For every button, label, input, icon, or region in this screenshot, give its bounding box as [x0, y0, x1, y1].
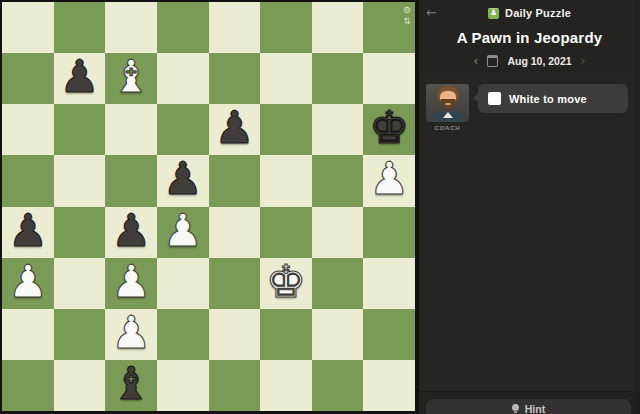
settings-gear-icon[interactable]: ⚙: [403, 5, 411, 15]
square-e7[interactable]: [209, 53, 261, 104]
square-h4[interactable]: [363, 207, 415, 258]
square-e1[interactable]: [209, 360, 261, 411]
black-pawn-a4[interactable]: ♟: [8, 208, 48, 253]
square-b6[interactable]: [54, 104, 106, 155]
square-a8[interactable]: [2, 2, 54, 53]
square-e6[interactable]: ♟: [209, 104, 261, 155]
hint-button[interactable]: Hint: [426, 399, 631, 414]
square-b8[interactable]: [54, 2, 106, 53]
square-h1[interactable]: [363, 360, 415, 411]
square-h6[interactable]: ♚: [363, 104, 415, 155]
square-d2[interactable]: [157, 309, 209, 360]
square-c4[interactable]: ♟: [105, 207, 157, 258]
coach-row: COACH White to move: [419, 72, 640, 131]
square-d4[interactable]: ♟: [157, 207, 209, 258]
avatar-mouth: [445, 103, 451, 105]
square-g5[interactable]: [312, 155, 364, 206]
square-a6[interactable]: [2, 104, 54, 155]
square-h5[interactable]: ♟: [363, 155, 415, 206]
square-e4[interactable]: [209, 207, 261, 258]
coach-avatar: [426, 84, 469, 122]
square-g1[interactable]: [312, 360, 364, 411]
avatar-collar: [443, 112, 453, 118]
chess-board[interactable]: ♟♝♟♚♟♟♟♟♟♟♟♚♟♝: [2, 2, 415, 411]
square-g8[interactable]: [312, 2, 364, 53]
square-g2[interactable]: [312, 309, 364, 360]
white-bishop-c7[interactable]: ♝: [111, 54, 151, 99]
square-b2[interactable]: [54, 309, 106, 360]
square-h3[interactable]: [363, 258, 415, 309]
square-b4[interactable]: [54, 207, 106, 258]
black-pawn-d5[interactable]: ♟: [163, 156, 203, 201]
coach-label: COACH: [426, 125, 469, 131]
flip-board-icon[interactable]: ⇅: [403, 16, 411, 26]
square-a4[interactable]: ♟: [2, 207, 54, 258]
chess-board-area: ♟♝♟♚♟♟♟♟♟♟♟♚♟♝ ⚙ ⇅: [2, 2, 415, 411]
puzzle-name: A Pawn in Jeopardy: [419, 29, 640, 46]
square-c7[interactable]: ♝: [105, 53, 157, 104]
square-d7[interactable]: [157, 53, 209, 104]
turn-text: White to move: [509, 93, 587, 105]
square-b5[interactable]: [54, 155, 106, 206]
white-pawn-d4[interactable]: ♟: [163, 208, 203, 253]
black-king-h6[interactable]: ♚: [369, 105, 409, 150]
square-g7[interactable]: [312, 53, 364, 104]
square-f6[interactable]: [260, 104, 312, 155]
square-e8[interactable]: [209, 2, 261, 53]
square-f5[interactable]: [260, 155, 312, 206]
square-a2[interactable]: [2, 309, 54, 360]
square-b1[interactable]: [54, 360, 106, 411]
square-f4[interactable]: [260, 207, 312, 258]
sidebar-header: ← ♟ Daily Puzzle A Pawn in Jeopardy ‹ Au…: [419, 0, 640, 72]
square-f7[interactable]: [260, 53, 312, 104]
square-f2[interactable]: [260, 309, 312, 360]
square-a3[interactable]: ♟: [2, 258, 54, 309]
black-pawn-b7[interactable]: ♟: [59, 54, 99, 99]
next-puzzle-chevron[interactable]: ›: [581, 54, 586, 67]
square-g6[interactable]: [312, 104, 364, 155]
date-navigation: ‹ Aug 10, 2021 ›: [419, 54, 640, 67]
square-d1[interactable]: [157, 360, 209, 411]
square-g3[interactable]: [312, 258, 364, 309]
square-c8[interactable]: [105, 2, 157, 53]
square-e2[interactable]: [209, 309, 261, 360]
puzzle-date[interactable]: Aug 10, 2021: [507, 55, 571, 67]
daily-puzzle-icon: ♟: [488, 8, 499, 19]
square-d3[interactable]: [157, 258, 209, 309]
square-a1[interactable]: [2, 360, 54, 411]
square-f1[interactable]: [260, 360, 312, 411]
square-c6[interactable]: [105, 104, 157, 155]
back-arrow-icon[interactable]: ←: [426, 5, 437, 20]
square-e3[interactable]: [209, 258, 261, 309]
puzzle-sidebar: ← ♟ Daily Puzzle A Pawn in Jeopardy ‹ Au…: [419, 0, 640, 414]
square-c3[interactable]: ♟: [105, 258, 157, 309]
square-b7[interactable]: ♟: [54, 53, 106, 104]
coach-box: COACH: [426, 84, 469, 131]
square-d5[interactable]: ♟: [157, 155, 209, 206]
daily-puzzle-header: ♟ Daily Puzzle: [419, 0, 640, 19]
square-c1[interactable]: ♝: [105, 360, 157, 411]
black-pawn-e6[interactable]: ♟: [214, 105, 254, 150]
daily-puzzle-title: Daily Puzzle: [505, 7, 571, 19]
white-pawn-h5[interactable]: ♟: [369, 156, 409, 201]
black-bishop-c1[interactable]: ♝: [111, 361, 151, 406]
square-b3[interactable]: [54, 258, 106, 309]
square-d8[interactable]: [157, 2, 209, 53]
coach-speech-bubble: White to move: [478, 84, 628, 113]
square-a7[interactable]: [2, 53, 54, 104]
hint-label: Hint: [525, 403, 545, 414]
square-a5[interactable]: [2, 155, 54, 206]
white-pawn-c2[interactable]: ♟: [111, 310, 151, 355]
square-c2[interactable]: ♟: [105, 309, 157, 360]
board-controls: ⚙ ⇅: [403, 5, 411, 26]
square-d6[interactable]: [157, 104, 209, 155]
square-f8[interactable]: [260, 2, 312, 53]
previous-puzzle-chevron[interactable]: ‹: [473, 54, 478, 67]
square-h2[interactable]: [363, 309, 415, 360]
sidebar-footer: Hint: [419, 391, 640, 414]
white-to-move-indicator: [488, 92, 501, 105]
square-c5[interactable]: [105, 155, 157, 206]
white-king-f3[interactable]: ♚: [266, 259, 306, 304]
lightbulb-icon: [512, 404, 519, 411]
white-pawn-c3[interactable]: ♟: [111, 259, 151, 304]
white-pawn-a3[interactable]: ♟: [8, 259, 48, 304]
square-e5[interactable]: [209, 155, 261, 206]
black-pawn-c4[interactable]: ♟: [111, 208, 151, 253]
square-g4[interactable]: [312, 207, 364, 258]
square-f3[interactable]: ♚: [260, 258, 312, 309]
calendar-icon[interactable]: [487, 55, 498, 67]
square-h7[interactable]: [363, 53, 415, 104]
